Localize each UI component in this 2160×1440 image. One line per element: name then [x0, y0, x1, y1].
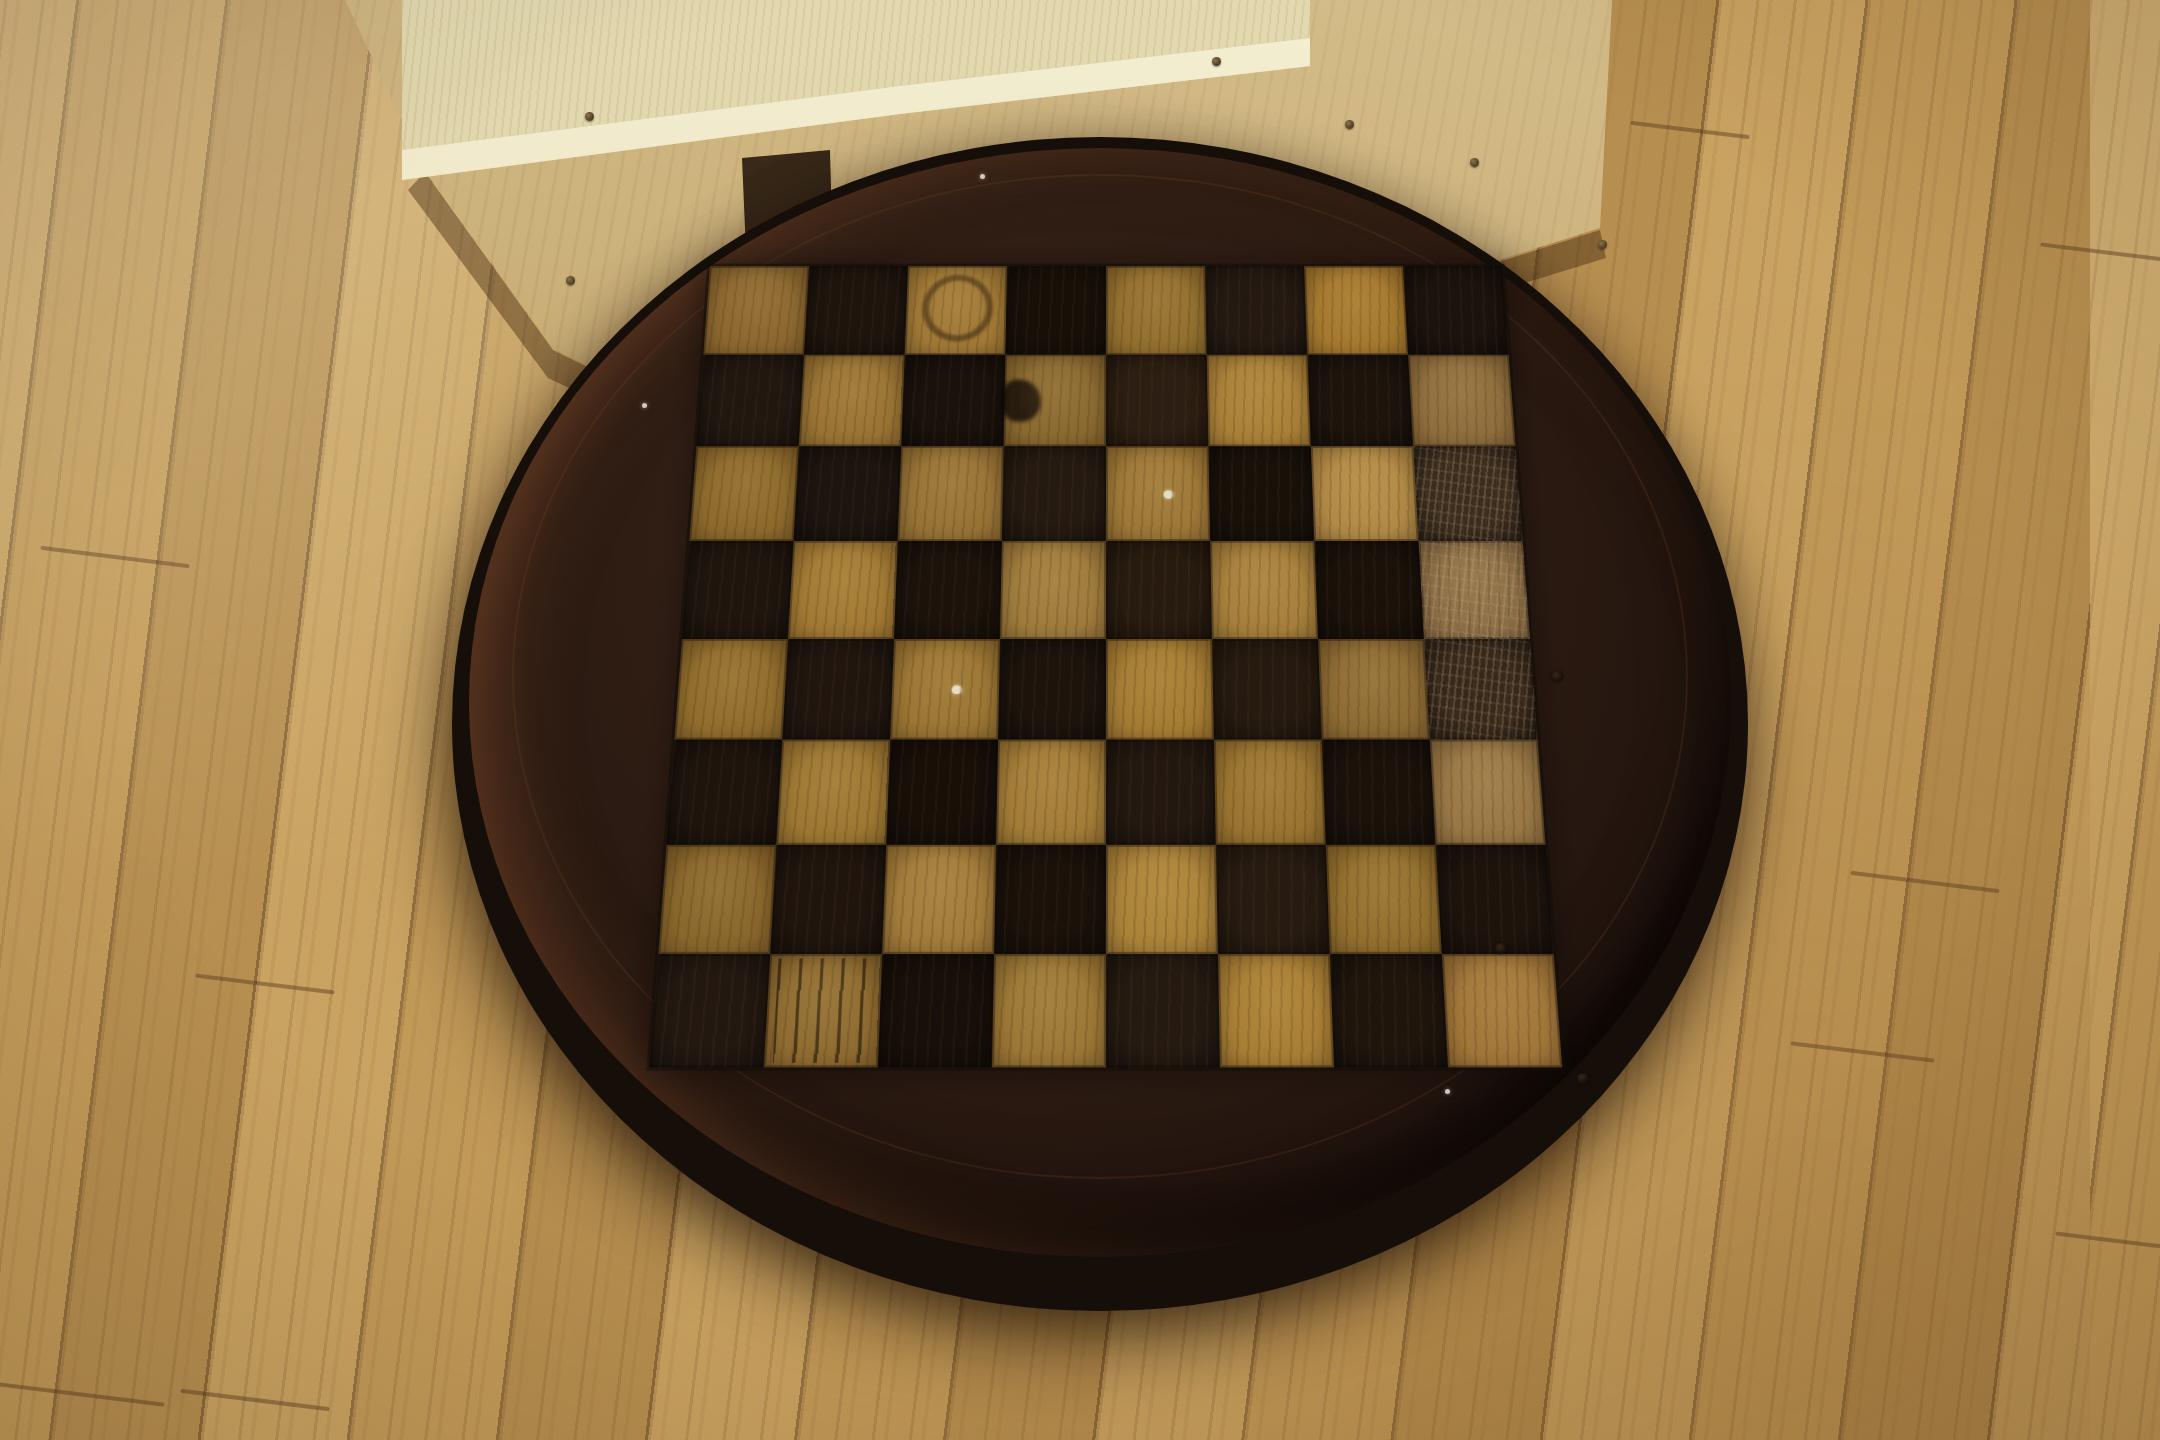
- square-c4[interactable]: [890, 638, 1000, 739]
- dust-speck: [980, 174, 985, 179]
- square-e8[interactable]: [1106, 266, 1207, 354]
- square-d2[interactable]: [994, 845, 1106, 954]
- square-c2[interactable]: [882, 845, 996, 954]
- square-e6[interactable]: [1106, 446, 1210, 541]
- screw-head: [585, 112, 594, 121]
- square-h6[interactable]: [1413, 446, 1522, 541]
- square-b3[interactable]: [776, 740, 890, 845]
- square-a1[interactable]: [650, 954, 770, 1067]
- cracks-stain: [773, 958, 873, 1062]
- square-e1[interactable]: [1106, 954, 1220, 1067]
- square-c8[interactable]: [905, 266, 1007, 354]
- square-d5[interactable]: [1000, 540, 1106, 638]
- square-f3[interactable]: [1214, 740, 1326, 845]
- nail-head: [1551, 671, 1563, 682]
- square-e2[interactable]: [1106, 845, 1218, 954]
- checkerboard[interactable]: [650, 266, 1562, 1067]
- square-c6[interactable]: [898, 446, 1004, 541]
- square-g2[interactable]: [1326, 845, 1442, 954]
- game-table: [452, 137, 1748, 1311]
- square-g4[interactable]: [1318, 638, 1430, 739]
- square-b2[interactable]: [770, 845, 886, 954]
- square-f5[interactable]: [1210, 540, 1318, 638]
- square-e4[interactable]: [1106, 638, 1214, 739]
- square-f6[interactable]: [1208, 446, 1314, 541]
- square-h2[interactable]: [1435, 845, 1553, 954]
- screw-head: [1345, 120, 1354, 129]
- square-h1[interactable]: [1442, 954, 1562, 1067]
- square-a8[interactable]: [703, 266, 809, 354]
- blob-stain: [1000, 379, 1041, 421]
- table-top-surface: [469, 148, 1731, 1257]
- dust-speck: [642, 403, 647, 408]
- square-a6[interactable]: [689, 446, 798, 541]
- square-c3[interactable]: [886, 740, 998, 845]
- square-d4[interactable]: [998, 638, 1106, 739]
- square-b1[interactable]: [764, 954, 882, 1067]
- square-h4[interactable]: [1424, 638, 1538, 739]
- square-d3[interactable]: [996, 740, 1106, 845]
- overhead-photo-game-table: [0, 0, 2160, 1440]
- square-g1[interactable]: [1330, 954, 1448, 1067]
- square-c1[interactable]: [878, 954, 994, 1067]
- square-b8[interactable]: [804, 266, 908, 354]
- square-e7[interactable]: [1106, 354, 1208, 445]
- scuff-stain: [1418, 540, 1530, 638]
- scuff-stain: [1424, 638, 1538, 739]
- square-a7[interactable]: [696, 354, 804, 445]
- nail-head: [1495, 943, 1507, 954]
- square-g8[interactable]: [1304, 266, 1408, 354]
- speck-stain: [1164, 490, 1174, 498]
- square-h3[interactable]: [1430, 740, 1546, 845]
- square-h5[interactable]: [1418, 540, 1530, 638]
- square-a4[interactable]: [674, 638, 788, 739]
- dust-speck: [1445, 1089, 1450, 1094]
- square-g3[interactable]: [1322, 740, 1436, 845]
- square-b4[interactable]: [782, 638, 894, 739]
- square-h7[interactable]: [1408, 354, 1516, 445]
- square-g5[interactable]: [1314, 540, 1424, 638]
- nail-head: [1577, 1073, 1589, 1084]
- square-f7[interactable]: [1207, 354, 1311, 445]
- square-b5[interactable]: [788, 540, 898, 638]
- square-f4[interactable]: [1212, 638, 1322, 739]
- screw-head: [566, 276, 575, 285]
- square-c5[interactable]: [894, 540, 1002, 638]
- scuff-stain: [1413, 446, 1522, 541]
- square-b7[interactable]: [799, 354, 905, 445]
- screw-head: [1598, 240, 1607, 249]
- square-f2[interactable]: [1216, 845, 1330, 954]
- screw-head: [1212, 57, 1221, 66]
- square-b6[interactable]: [793, 446, 901, 541]
- square-a2[interactable]: [658, 845, 776, 954]
- square-g7[interactable]: [1307, 354, 1413, 445]
- square-d1[interactable]: [992, 954, 1106, 1067]
- square-d6[interactable]: [1002, 446, 1106, 541]
- square-g6[interactable]: [1311, 446, 1419, 541]
- ring-stain: [921, 274, 994, 341]
- screw-head: [1470, 158, 1479, 167]
- square-f1[interactable]: [1218, 954, 1334, 1067]
- square-h8[interactable]: [1403, 266, 1509, 354]
- square-d8[interactable]: [1005, 266, 1106, 354]
- square-a3[interactable]: [666, 740, 782, 845]
- checkerboard-inlay: [650, 266, 1562, 1067]
- square-a5[interactable]: [682, 540, 794, 638]
- square-c7[interactable]: [901, 354, 1005, 445]
- square-f8[interactable]: [1205, 266, 1307, 354]
- speck-stain: [952, 685, 962, 694]
- square-d7[interactable]: [1003, 354, 1105, 445]
- square-e5[interactable]: [1106, 540, 1212, 638]
- square-e3[interactable]: [1106, 740, 1216, 845]
